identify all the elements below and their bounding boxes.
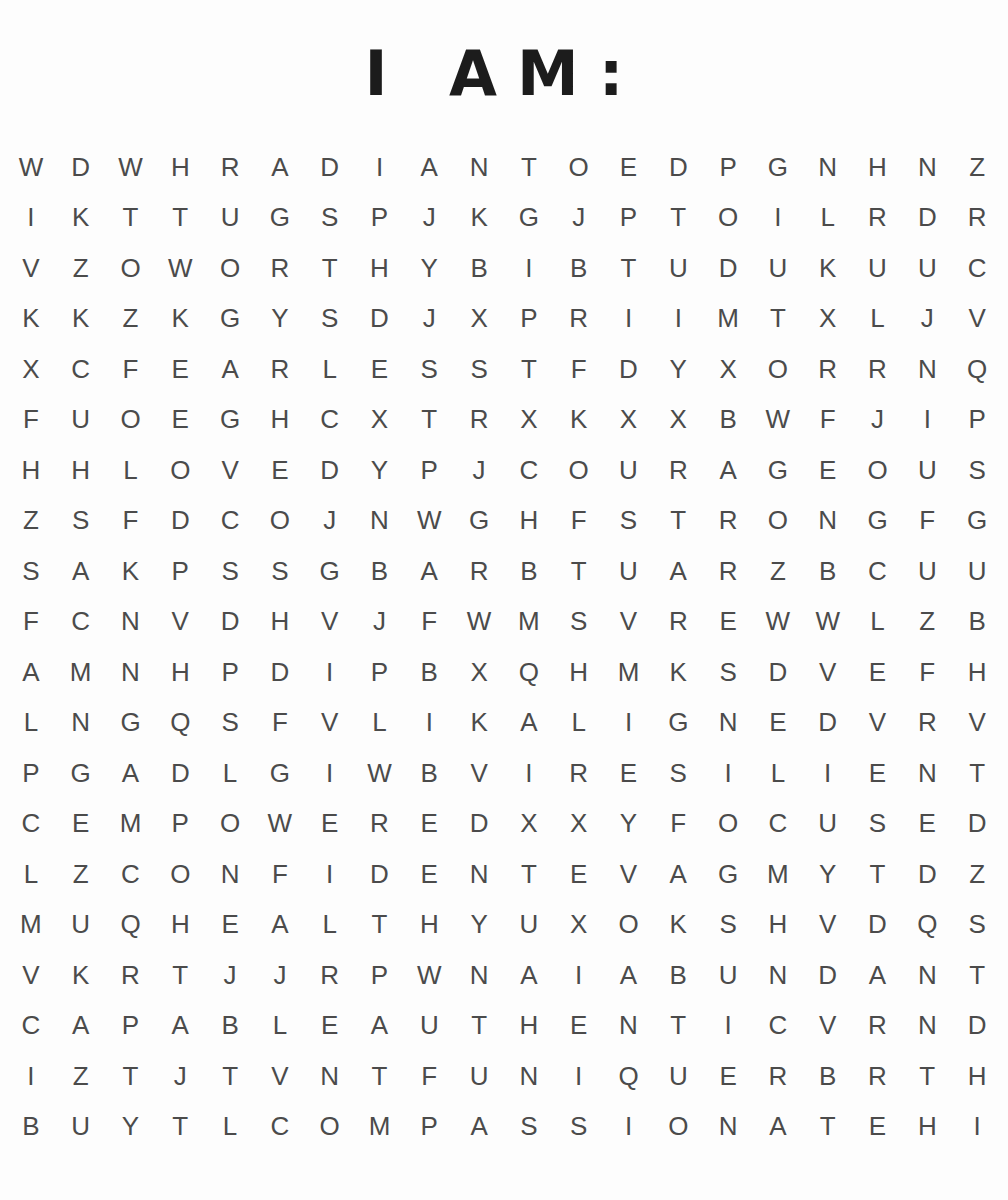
grid-cell[interactable]: K [56,193,106,244]
grid-cell[interactable]: N [454,142,504,193]
grid-cell[interactable]: J [404,294,454,345]
grid-cell[interactable]: U [56,395,106,446]
grid-cell[interactable]: S [554,597,604,648]
grid-cell[interactable]: W [355,748,405,799]
grid-cell[interactable]: O [155,849,205,900]
grid-cell[interactable]: H [56,445,106,496]
grid-cell[interactable]: A [653,546,703,597]
grid-cell[interactable]: D [255,647,305,698]
grid-cell[interactable]: D [155,748,205,799]
grid-cell[interactable]: V [803,647,853,698]
grid-cell[interactable]: M [703,294,753,345]
grid-cell[interactable]: B [454,243,504,294]
grid-cell[interactable]: L [853,597,903,648]
grid-cell[interactable]: R [205,142,255,193]
grid-cell[interactable]: F [554,496,604,547]
grid-cell[interactable]: W [404,950,454,1001]
grid-cell[interactable]: N [504,1051,554,1102]
grid-cell[interactable]: Y [355,445,405,496]
grid-cell[interactable]: X [6,344,56,395]
grid-cell[interactable]: F [255,849,305,900]
grid-cell[interactable]: A [653,849,703,900]
grid-cell[interactable]: B [952,597,1002,648]
grid-cell[interactable]: R [454,395,504,446]
grid-cell[interactable]: E [604,748,654,799]
grid-cell[interactable]: V [803,1001,853,1052]
grid-cell[interactable]: A [56,1001,106,1052]
grid-cell[interactable]: K [56,950,106,1001]
grid-cell[interactable]: R [255,344,305,395]
grid-cell[interactable]: X [504,799,554,850]
grid-cell[interactable]: K [803,243,853,294]
grid-cell[interactable]: Z [106,294,156,345]
grid-cell[interactable]: H [853,142,903,193]
grid-cell[interactable]: N [902,748,952,799]
grid-cell[interactable]: I [305,849,355,900]
grid-cell[interactable]: C [952,243,1002,294]
grid-cell[interactable]: E [56,799,106,850]
grid-cell[interactable]: B [803,1051,853,1102]
grid-cell[interactable]: O [653,1102,703,1153]
grid-cell[interactable]: A [504,698,554,749]
grid-cell[interactable]: T [355,900,405,951]
grid-cell[interactable]: H [155,647,205,698]
grid-cell[interactable]: N [205,849,255,900]
grid-cell[interactable]: P [355,193,405,244]
grid-cell[interactable]: H [355,243,405,294]
grid-cell[interactable]: U [56,1102,106,1153]
grid-cell[interactable]: I [554,1051,604,1102]
grid-cell[interactable]: T [106,193,156,244]
grid-cell[interactable]: Q [504,647,554,698]
grid-cell[interactable]: R [853,193,903,244]
grid-cell[interactable]: T [653,193,703,244]
grid-cell[interactable]: R [902,698,952,749]
grid-cell[interactable]: J [355,597,405,648]
grid-cell[interactable]: R [952,193,1002,244]
grid-cell[interactable]: D [604,344,654,395]
grid-cell[interactable]: A [6,647,56,698]
grid-cell[interactable]: L [6,849,56,900]
grid-cell[interactable]: H [504,496,554,547]
grid-cell[interactable]: S [853,799,903,850]
grid-cell[interactable]: C [753,799,803,850]
grid-cell[interactable]: E [155,344,205,395]
grid-cell[interactable]: I [902,395,952,446]
grid-cell[interactable]: R [554,748,604,799]
grid-cell[interactable]: L [853,294,903,345]
grid-cell[interactable]: I [504,748,554,799]
grid-cell[interactable]: O [205,243,255,294]
grid-cell[interactable]: T [604,243,654,294]
grid-cell[interactable]: I [952,1102,1002,1153]
grid-cell[interactable]: V [6,950,56,1001]
grid-cell[interactable]: Z [902,597,952,648]
grid-cell[interactable]: V [952,294,1002,345]
grid-cell[interactable]: C [6,1001,56,1052]
grid-cell[interactable]: S [504,1102,554,1153]
grid-cell[interactable]: M [504,597,554,648]
grid-cell[interactable]: G [703,849,753,900]
grid-cell[interactable]: H [255,395,305,446]
grid-cell[interactable]: O [106,395,156,446]
grid-cell[interactable]: E [305,799,355,850]
grid-cell[interactable]: H [952,1051,1002,1102]
grid-cell[interactable]: N [106,597,156,648]
grid-cell[interactable]: L [205,748,255,799]
grid-cell[interactable]: N [902,344,952,395]
grid-cell[interactable]: F [404,597,454,648]
grid-cell[interactable]: X [454,294,504,345]
grid-cell[interactable]: G [454,496,504,547]
grid-cell[interactable]: A [155,1001,205,1052]
grid-cell[interactable]: F [106,344,156,395]
grid-cell[interactable]: A [454,1102,504,1153]
grid-cell[interactable]: Y [803,849,853,900]
grid-cell[interactable]: D [803,950,853,1001]
grid-cell[interactable]: S [952,445,1002,496]
grid-cell[interactable]: C [853,546,903,597]
grid-cell[interactable]: O [753,496,803,547]
grid-cell[interactable]: F [6,395,56,446]
grid-cell[interactable]: G [952,496,1002,547]
grid-cell[interactable]: D [853,900,903,951]
grid-cell[interactable]: U [653,1051,703,1102]
grid-cell[interactable]: O [106,243,156,294]
grid-cell[interactable]: O [703,799,753,850]
grid-cell[interactable]: N [454,950,504,1001]
grid-cell[interactable]: P [106,1001,156,1052]
grid-cell[interactable]: Y [106,1102,156,1153]
grid-cell[interactable]: F [106,496,156,547]
grid-cell[interactable]: C [106,849,156,900]
grid-cell[interactable]: E [703,597,753,648]
grid-cell[interactable]: V [255,1051,305,1102]
grid-cell[interactable]: Z [753,546,803,597]
grid-cell[interactable]: W [454,597,504,648]
grid-cell[interactable]: T [853,849,903,900]
grid-cell[interactable]: D [902,849,952,900]
grid-cell[interactable]: P [205,647,255,698]
grid-cell[interactable]: R [703,496,753,547]
grid-cell[interactable]: J [155,1051,205,1102]
grid-cell[interactable]: I [803,748,853,799]
grid-cell[interactable]: T [106,1051,156,1102]
grid-cell[interactable]: A [753,1102,803,1153]
grid-cell[interactable]: O [554,445,604,496]
grid-cell[interactable]: F [902,496,952,547]
grid-cell[interactable]: G [255,193,305,244]
grid-cell[interactable]: V [155,597,205,648]
grid-cell[interactable]: C [56,597,106,648]
grid-cell[interactable]: L [305,344,355,395]
grid-cell[interactable]: Z [56,849,106,900]
grid-cell[interactable]: E [305,1001,355,1052]
grid-cell[interactable]: X [454,647,504,698]
grid-cell[interactable]: T [454,1001,504,1052]
grid-cell[interactable]: A [404,546,454,597]
grid-cell[interactable]: X [653,395,703,446]
grid-cell[interactable]: G [753,445,803,496]
grid-cell[interactable]: U [604,445,654,496]
grid-cell[interactable]: M [753,849,803,900]
grid-cell[interactable]: I [6,1051,56,1102]
grid-cell[interactable]: T [504,849,554,900]
grid-cell[interactable]: W [155,243,205,294]
grid-cell[interactable]: P [155,799,205,850]
grid-cell[interactable]: X [703,344,753,395]
grid-cell[interactable]: I [305,647,355,698]
grid-cell[interactable]: K [155,294,205,345]
grid-cell[interactable]: S [305,193,355,244]
grid-cell[interactable]: A [703,445,753,496]
grid-cell[interactable]: J [554,193,604,244]
grid-cell[interactable]: F [404,1051,454,1102]
grid-cell[interactable]: O [554,142,604,193]
grid-cell[interactable]: S [554,1102,604,1153]
grid-cell[interactable]: N [355,496,405,547]
grid-cell[interactable]: F [6,597,56,648]
grid-cell[interactable]: E [404,799,454,850]
grid-cell[interactable]: I [604,294,654,345]
grid-cell[interactable]: W [106,142,156,193]
grid-cell[interactable]: P [6,748,56,799]
grid-cell[interactable]: A [853,950,903,1001]
grid-cell[interactable]: T [355,1051,405,1102]
grid-cell[interactable]: E [753,698,803,749]
grid-cell[interactable]: I [753,193,803,244]
grid-cell[interactable]: S [703,647,753,698]
grid-cell[interactable]: D [454,799,504,850]
grid-cell[interactable]: E [803,445,853,496]
grid-cell[interactable]: U [902,445,952,496]
grid-cell[interactable]: K [454,193,504,244]
grid-cell[interactable]: G [853,496,903,547]
grid-cell[interactable]: W [753,395,803,446]
grid-cell[interactable]: H [753,900,803,951]
grid-cell[interactable]: D [952,799,1002,850]
grid-cell[interactable]: R [853,1001,903,1052]
grid-cell[interactable]: U [653,243,703,294]
grid-cell[interactable]: J [205,950,255,1001]
grid-cell[interactable]: O [604,900,654,951]
grid-cell[interactable]: V [305,698,355,749]
grid-cell[interactable]: O [255,496,305,547]
grid-cell[interactable]: K [106,546,156,597]
grid-cell[interactable]: P [504,294,554,345]
grid-cell[interactable]: D [305,445,355,496]
grid-cell[interactable]: L [255,1001,305,1052]
grid-cell[interactable]: N [803,142,853,193]
grid-cell[interactable]: P [604,193,654,244]
grid-cell[interactable]: I [404,698,454,749]
grid-cell[interactable]: F [902,647,952,698]
grid-cell[interactable]: N [604,1001,654,1052]
grid-cell[interactable]: V [205,445,255,496]
grid-cell[interactable]: J [255,950,305,1001]
grid-cell[interactable]: N [902,950,952,1001]
grid-cell[interactable]: M [604,647,654,698]
grid-cell[interactable]: T [554,546,604,597]
grid-cell[interactable]: U [902,243,952,294]
grid-cell[interactable]: T [404,395,454,446]
grid-cell[interactable]: X [604,395,654,446]
grid-cell[interactable]: Z [952,849,1002,900]
grid-cell[interactable]: V [952,698,1002,749]
grid-cell[interactable]: B [6,1102,56,1153]
grid-cell[interactable]: T [155,950,205,1001]
grid-cell[interactable]: E [255,445,305,496]
grid-cell[interactable]: O [753,344,803,395]
grid-cell[interactable]: L [355,698,405,749]
grid-cell[interactable]: M [6,900,56,951]
grid-cell[interactable]: E [902,799,952,850]
grid-cell[interactable]: Y [454,900,504,951]
grid-cell[interactable]: J [404,193,454,244]
grid-cell[interactable]: N [803,496,853,547]
grid-cell[interactable]: R [454,546,504,597]
grid-cell[interactable]: R [106,950,156,1001]
grid-cell[interactable]: I [703,1001,753,1052]
grid-cell[interactable]: F [653,799,703,850]
grid-cell[interactable]: I [6,193,56,244]
grid-cell[interactable]: M [106,799,156,850]
grid-cell[interactable]: D [56,142,106,193]
grid-cell[interactable]: E [703,1051,753,1102]
grid-cell[interactable]: G [753,142,803,193]
grid-cell[interactable]: N [902,142,952,193]
grid-cell[interactable]: D [902,193,952,244]
grid-cell[interactable]: O [155,445,205,496]
grid-cell[interactable]: K [6,294,56,345]
grid-cell[interactable]: U [205,193,255,244]
grid-cell[interactable]: L [753,748,803,799]
grid-cell[interactable]: W [753,597,803,648]
grid-cell[interactable]: B [703,395,753,446]
grid-cell[interactable]: B [404,647,454,698]
grid-cell[interactable]: J [902,294,952,345]
grid-cell[interactable]: V [6,243,56,294]
grid-cell[interactable]: U [952,546,1002,597]
grid-cell[interactable]: I [653,294,703,345]
grid-cell[interactable]: A [255,142,305,193]
grid-cell[interactable]: W [6,142,56,193]
grid-cell[interactable]: D [355,849,405,900]
grid-cell[interactable]: T [653,1001,703,1052]
grid-cell[interactable]: B [355,546,405,597]
grid-cell[interactable]: A [604,950,654,1001]
grid-cell[interactable]: K [56,294,106,345]
grid-cell[interactable]: U [56,900,106,951]
grid-cell[interactable]: H [255,597,305,648]
grid-cell[interactable]: N [703,698,753,749]
grid-cell[interactable]: P [404,445,454,496]
grid-cell[interactable]: P [355,647,405,698]
grid-cell[interactable]: Z [56,1051,106,1102]
grid-cell[interactable]: Y [604,799,654,850]
grid-cell[interactable]: I [604,1102,654,1153]
grid-cell[interactable]: R [753,1051,803,1102]
grid-cell[interactable]: T [653,496,703,547]
grid-cell[interactable]: K [653,647,703,698]
grid-cell[interactable]: N [305,1051,355,1102]
grid-cell[interactable]: P [355,950,405,1001]
grid-cell[interactable]: R [653,445,703,496]
grid-cell[interactable]: I [554,950,604,1001]
grid-cell[interactable]: W [404,496,454,547]
grid-cell[interactable]: O [305,1102,355,1153]
grid-cell[interactable]: U [404,1001,454,1052]
grid-cell[interactable]: R [703,546,753,597]
grid-cell[interactable]: S [703,900,753,951]
grid-cell[interactable]: H [554,647,604,698]
grid-cell[interactable]: H [902,1102,952,1153]
grid-cell[interactable]: T [753,294,803,345]
grid-cell[interactable]: L [803,193,853,244]
grid-cell[interactable]: D [803,698,853,749]
grid-cell[interactable]: R [853,344,903,395]
grid-cell[interactable]: A [255,900,305,951]
grid-cell[interactable]: J [853,395,903,446]
grid-cell[interactable]: D [155,496,205,547]
grid-cell[interactable]: B [404,748,454,799]
grid-cell[interactable]: Y [404,243,454,294]
grid-cell[interactable]: S [205,546,255,597]
grid-cell[interactable]: T [952,748,1002,799]
grid-cell[interactable]: P [703,142,753,193]
grid-cell[interactable]: I [305,748,355,799]
grid-cell[interactable]: E [853,647,903,698]
grid-cell[interactable]: V [803,900,853,951]
grid-cell[interactable]: U [604,546,654,597]
grid-cell[interactable]: Q [106,900,156,951]
grid-cell[interactable]: E [853,748,903,799]
grid-cell[interactable]: D [653,142,703,193]
grid-cell[interactable]: S [6,546,56,597]
grid-cell[interactable]: O [205,799,255,850]
grid-cell[interactable]: T [205,1051,255,1102]
grid-cell[interactable]: Q [604,1051,654,1102]
grid-cell[interactable]: G [255,748,305,799]
grid-cell[interactable]: L [6,698,56,749]
grid-cell[interactable]: A [106,748,156,799]
grid-cell[interactable]: J [305,496,355,547]
grid-cell[interactable]: R [853,1051,903,1102]
grid-cell[interactable]: V [604,849,654,900]
grid-cell[interactable]: U [803,799,853,850]
grid-cell[interactable]: Q [155,698,205,749]
grid-cell[interactable]: Z [952,142,1002,193]
grid-cell[interactable]: T [952,950,1002,1001]
grid-cell[interactable]: A [504,950,554,1001]
grid-cell[interactable]: C [205,496,255,547]
grid-cell[interactable]: Y [653,344,703,395]
grid-cell[interactable]: D [753,647,803,698]
grid-cell[interactable]: N [56,698,106,749]
grid-cell[interactable]: W [803,597,853,648]
grid-cell[interactable]: Q [952,344,1002,395]
grid-cell[interactable]: Z [6,496,56,547]
grid-cell[interactable]: N [106,647,156,698]
grid-cell[interactable]: G [106,698,156,749]
grid-cell[interactable]: G [653,698,703,749]
grid-cell[interactable]: S [255,546,305,597]
grid-cell[interactable]: A [404,142,454,193]
grid-cell[interactable]: T [504,142,554,193]
grid-cell[interactable]: F [554,344,604,395]
grid-cell[interactable]: I [355,142,405,193]
grid-cell[interactable]: P [952,395,1002,446]
